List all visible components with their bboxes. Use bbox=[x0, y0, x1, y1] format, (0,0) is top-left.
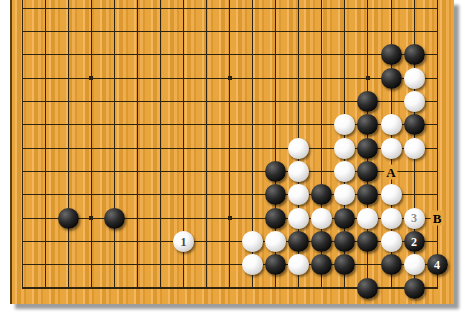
star-point bbox=[366, 76, 370, 80]
white-stone[interactable] bbox=[334, 138, 355, 159]
black-stone[interactable] bbox=[381, 254, 402, 275]
move-number: 4 bbox=[434, 259, 440, 271]
white-stone[interactable] bbox=[357, 208, 378, 229]
white-stone[interactable] bbox=[381, 184, 402, 205]
grid-line bbox=[114, 0, 115, 289]
grid-line bbox=[22, 264, 438, 265]
black-stone[interactable] bbox=[381, 68, 402, 89]
point-label-b: B bbox=[431, 211, 444, 226]
white-stone[interactable] bbox=[311, 208, 332, 229]
star-point bbox=[89, 76, 93, 80]
grid-line bbox=[229, 0, 230, 289]
black-stone[interactable] bbox=[381, 44, 402, 65]
grid-line bbox=[22, 31, 438, 32]
white-stone[interactable] bbox=[381, 208, 402, 229]
white-stone[interactable] bbox=[404, 68, 425, 89]
white-stone[interactable]: 1 bbox=[173, 231, 194, 252]
star-point bbox=[89, 216, 93, 220]
black-stone[interactable] bbox=[404, 278, 425, 299]
black-stone[interactable] bbox=[404, 44, 425, 65]
black-stone[interactable]: 4 bbox=[427, 254, 448, 275]
grid-line bbox=[137, 0, 138, 289]
white-stone[interactable] bbox=[288, 138, 309, 159]
white-stone[interactable] bbox=[404, 138, 425, 159]
grid-line bbox=[22, 0, 23, 289]
white-stone[interactable] bbox=[381, 114, 402, 135]
move-number: 3 bbox=[411, 212, 417, 224]
black-stone[interactable] bbox=[334, 208, 355, 229]
grid-line bbox=[91, 0, 92, 289]
white-stone[interactable] bbox=[381, 138, 402, 159]
grid-line bbox=[160, 0, 161, 289]
move-number: 2 bbox=[411, 236, 417, 248]
white-stone[interactable]: 3 bbox=[404, 208, 425, 229]
move-number: 1 bbox=[181, 236, 187, 248]
star-point bbox=[228, 76, 232, 80]
grid-line bbox=[22, 54, 438, 55]
black-stone[interactable] bbox=[58, 208, 79, 229]
go-diagram: 2413AB bbox=[0, 0, 465, 312]
grid-line bbox=[68, 0, 69, 289]
grid-line bbox=[45, 0, 46, 289]
black-stone[interactable] bbox=[104, 208, 125, 229]
black-stone[interactable] bbox=[265, 208, 286, 229]
point-label-a: A bbox=[384, 164, 397, 179]
black-stone[interactable] bbox=[357, 278, 378, 299]
white-stone[interactable] bbox=[288, 208, 309, 229]
grid-line bbox=[206, 0, 207, 289]
black-stone[interactable]: 2 bbox=[404, 231, 425, 252]
black-stone[interactable] bbox=[404, 114, 425, 135]
white-stone[interactable] bbox=[404, 254, 425, 275]
grid-line bbox=[437, 0, 438, 289]
grid-line bbox=[22, 8, 438, 9]
star-point bbox=[228, 216, 232, 220]
white-stone[interactable] bbox=[381, 231, 402, 252]
white-stone[interactable] bbox=[404, 91, 425, 112]
